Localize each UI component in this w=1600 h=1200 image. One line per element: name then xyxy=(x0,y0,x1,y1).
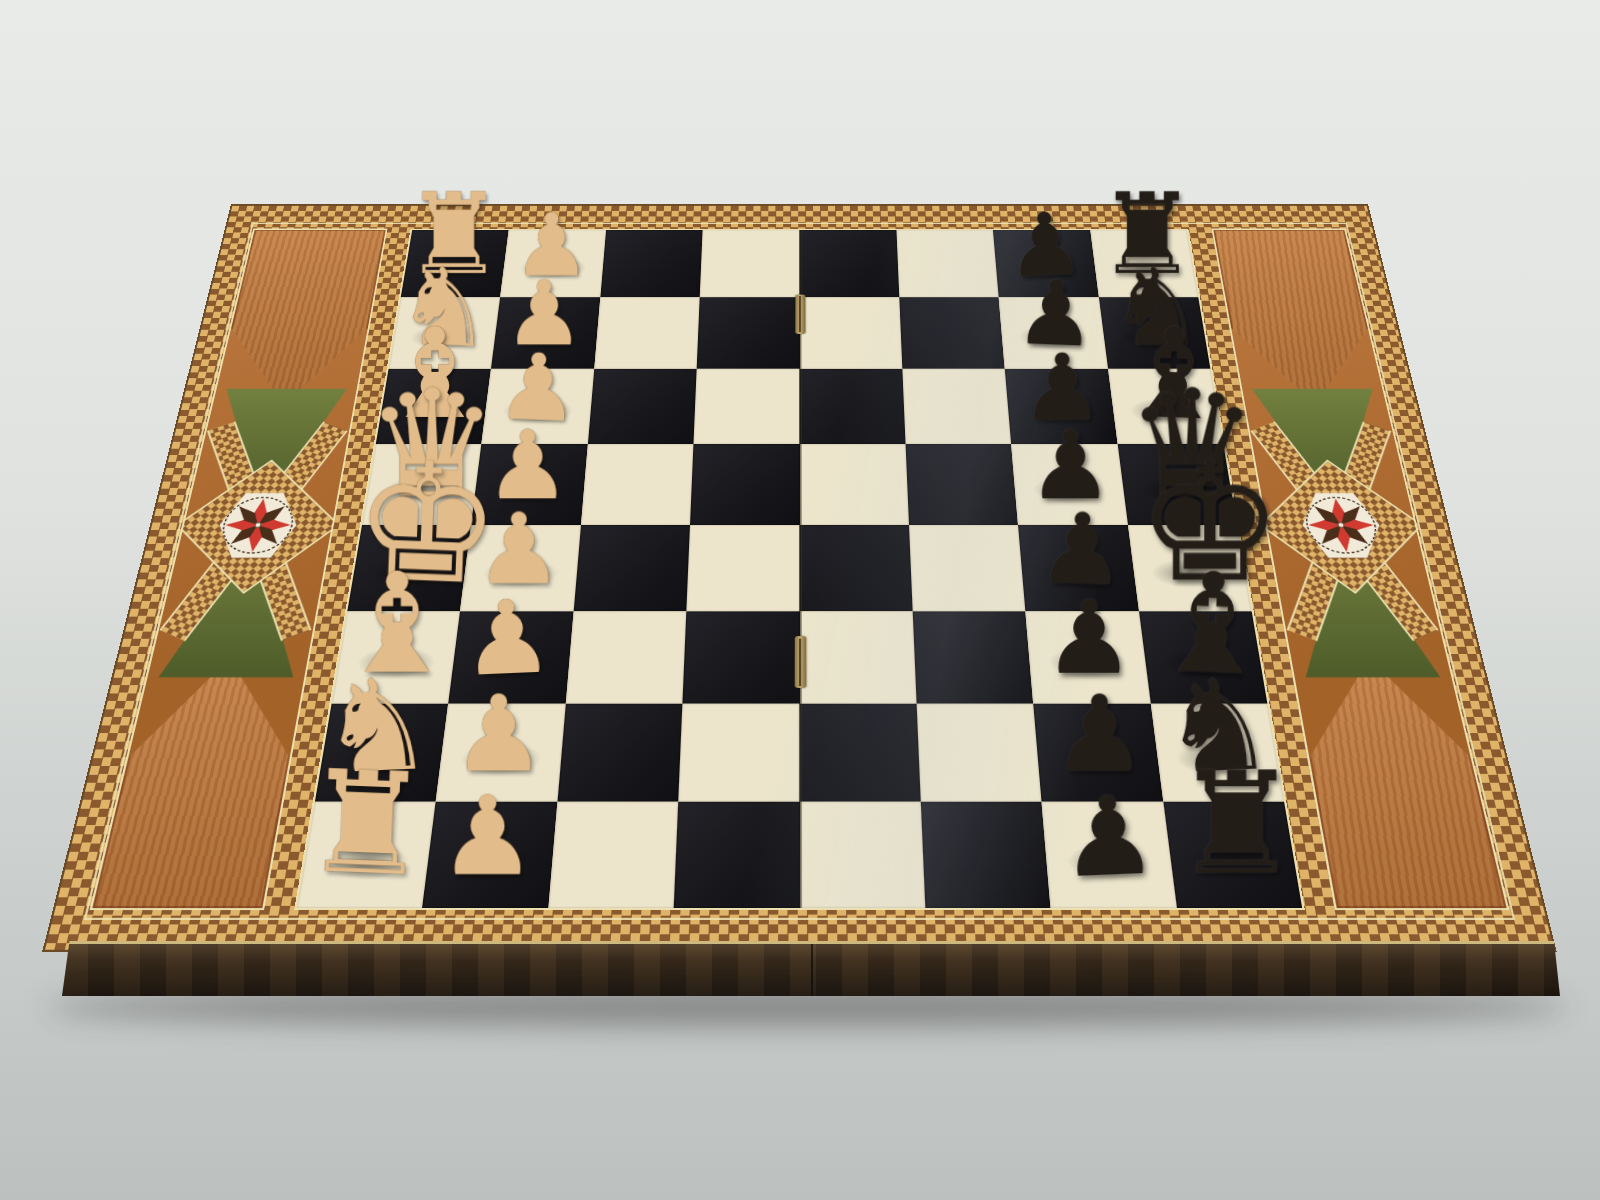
square-e4[interactable] xyxy=(686,525,799,611)
brass-hinge-top xyxy=(795,294,805,333)
mosaic-medallion xyxy=(1294,491,1389,560)
square-b4[interactable] xyxy=(697,297,800,368)
left-wing-center-diamond xyxy=(147,386,357,680)
piece-black-pawn[interactable]: ♟ xyxy=(1040,691,1160,777)
eight-point-star-icon xyxy=(1299,496,1383,555)
left-wing-wood-panel-bottom xyxy=(92,658,307,908)
piece-white-pawn[interactable]: ♟ xyxy=(439,691,559,777)
square-h1[interactable]: ♜ xyxy=(297,802,436,908)
square-h5[interactable] xyxy=(800,802,926,908)
medallion-checkered-ring xyxy=(176,460,340,594)
square-h7[interactable]: ♟ xyxy=(1042,802,1177,908)
square-d5[interactable] xyxy=(800,444,909,525)
square-b3[interactable] xyxy=(594,297,700,368)
eight-point-star-icon xyxy=(215,496,299,555)
square-h8[interactable]: ♜ xyxy=(1163,802,1302,908)
square-a4[interactable] xyxy=(700,230,800,297)
medallion-checkered-ring xyxy=(1259,460,1423,594)
green-inlay-triangle xyxy=(1280,540,1440,678)
square-c4[interactable] xyxy=(694,368,800,444)
square-e3[interactable] xyxy=(573,525,690,611)
square-g3[interactable] xyxy=(557,703,682,802)
piece-white-rook[interactable]: ♜ xyxy=(301,764,430,884)
piece-white-pawn[interactable]: ♟ xyxy=(448,595,567,683)
box-cast-shadow xyxy=(46,988,1568,1026)
square-d4[interactable] xyxy=(690,444,799,525)
square-f5[interactable] xyxy=(800,611,917,703)
mosaic-medallion xyxy=(210,491,305,560)
square-e5[interactable] xyxy=(800,525,913,611)
piece-white-pawn[interactable]: ♟ xyxy=(426,792,551,882)
square-d3[interactable] xyxy=(581,444,694,525)
square-e6[interactable] xyxy=(909,525,1026,611)
square-a5[interactable] xyxy=(800,230,900,297)
green-inlay-triangle xyxy=(159,540,319,678)
square-g6[interactable] xyxy=(916,703,1041,802)
square-f4[interactable] xyxy=(683,611,800,703)
piece-black-rook[interactable]: ♜ xyxy=(1173,766,1298,882)
box-top-face: ♜♟♟♜♞♟♟♞♝♟♟♝♛♟♟♛♚♟♟♚♝♟♟♝♞♟♟♞♜♟♟♜ xyxy=(45,206,1554,950)
right-wing-wood-panel-bottom xyxy=(1291,658,1506,908)
square-c6[interactable] xyxy=(902,368,1011,444)
square-h6[interactable] xyxy=(921,802,1051,908)
square-g5[interactable] xyxy=(800,703,921,802)
photo-scene: ♜♟♟♜♞♟♟♞♝♟♟♝♛♟♟♛♚♟♟♚♝♟♟♝♞♟♟♞♜♟♟♜ xyxy=(0,0,1600,1200)
square-h3[interactable] xyxy=(548,802,678,908)
box-top-inlay: ♜♟♟♜♞♟♟♞♝♟♟♝♛♟♟♛♚♟♟♚♝♟♟♝♞♟♟♞♜♟♟♜ xyxy=(45,206,1554,950)
square-a6[interactable] xyxy=(896,230,999,297)
square-f3[interactable] xyxy=(566,611,687,703)
piece-black-pawn[interactable]: ♟ xyxy=(1031,597,1147,680)
left-wing-wood-panel-top xyxy=(213,230,386,404)
square-b6[interactable] xyxy=(899,297,1005,368)
square-c3[interactable] xyxy=(588,368,697,444)
square-d6[interactable] xyxy=(905,444,1018,525)
chessboard: ♜♟♟♜♞♟♟♞♝♟♟♝♛♟♟♛♚♟♟♚♝♟♟♝♞♟♟♞♜♟♟♜ xyxy=(294,229,1305,911)
square-h2[interactable]: ♟ xyxy=(422,802,557,908)
square-g4[interactable] xyxy=(678,703,799,802)
square-f6[interactable] xyxy=(913,611,1034,703)
square-h4[interactable] xyxy=(674,802,800,908)
square-a3[interactable] xyxy=(600,230,703,297)
square-c5[interactable] xyxy=(800,368,906,444)
square-b5[interactable] xyxy=(800,297,903,368)
piece-black-pawn[interactable]: ♟ xyxy=(1045,790,1173,885)
